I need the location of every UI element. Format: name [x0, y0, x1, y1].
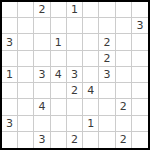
cell-r9c6[interactable]	[83, 132, 99, 148]
cell-r9c4[interactable]	[51, 132, 67, 148]
cell-r5c6[interactable]	[83, 67, 99, 83]
clue-cell-r5c7: 3	[99, 67, 115, 83]
clue-cell-r9c8: 2	[116, 132, 132, 148]
cell-r9c1[interactable]	[2, 132, 18, 148]
cell-r5c8[interactable]	[116, 67, 132, 83]
cell-r2c5[interactable]	[67, 18, 83, 34]
clue-cell-r1c5: 1	[67, 2, 83, 18]
cell-r6c8[interactable]	[116, 83, 132, 99]
cell-r5c2[interactable]	[18, 67, 34, 83]
cell-r7c1[interactable]	[2, 99, 18, 115]
clue-cell-r9c5: 2	[67, 132, 83, 148]
cell-r2c3[interactable]	[34, 18, 50, 34]
clue-cell-r5c4: 4	[51, 67, 67, 83]
clue-cell-r7c8: 2	[116, 99, 132, 115]
clue-cell-r6c6: 4	[83, 83, 99, 99]
clue-cell-r5c3: 3	[34, 67, 50, 83]
cell-r8c4[interactable]	[51, 116, 67, 132]
cell-r8c2[interactable]	[18, 116, 34, 132]
clue-cell-r5c5: 3	[67, 67, 83, 83]
cell-r7c2[interactable]	[18, 99, 34, 115]
cell-r2c7[interactable]	[99, 18, 115, 34]
cell-r4c5[interactable]	[67, 51, 83, 67]
cell-r5c9[interactable]	[132, 67, 148, 83]
clue-cell-r2c9: 3	[132, 18, 148, 34]
clue-cell-r4c7: 2	[99, 51, 115, 67]
cell-r2c4[interactable]	[51, 18, 67, 34]
cell-r4c6[interactable]	[83, 51, 99, 67]
cell-r7c4[interactable]	[51, 99, 67, 115]
cell-r4c2[interactable]	[18, 51, 34, 67]
cell-r2c2[interactable]	[18, 18, 34, 34]
cell-r8c7[interactable]	[99, 116, 115, 132]
cell-r6c9[interactable]	[132, 83, 148, 99]
cell-r1c2[interactable]	[18, 2, 34, 18]
cell-r4c3[interactable]	[34, 51, 50, 67]
cell-r1c6[interactable]	[83, 2, 99, 18]
cell-r6c7[interactable]	[99, 83, 115, 99]
cell-r8c9[interactable]	[132, 116, 148, 132]
cell-r1c4[interactable]	[51, 2, 67, 18]
clue-cell-r7c3: 4	[34, 99, 50, 115]
cell-r3c6[interactable]	[83, 34, 99, 50]
cell-r4c8[interactable]	[116, 51, 132, 67]
cell-r7c5[interactable]	[67, 99, 83, 115]
cell-r2c8[interactable]	[116, 18, 132, 34]
clue-cell-r3c7: 2	[99, 34, 115, 50]
cell-r9c9[interactable]	[132, 132, 148, 148]
cell-r6c3[interactable]	[34, 83, 50, 99]
clue-cell-r6c5: 2	[67, 83, 83, 99]
cell-r6c4[interactable]	[51, 83, 67, 99]
cell-r9c2[interactable]	[18, 132, 34, 148]
cell-r3c9[interactable]	[132, 34, 148, 50]
cell-r7c6[interactable]	[83, 99, 99, 115]
cell-r7c9[interactable]	[132, 99, 148, 115]
cell-r1c7[interactable]	[99, 2, 115, 18]
clue-cell-r8c6: 1	[83, 116, 99, 132]
cell-r9c7[interactable]	[99, 132, 115, 148]
cell-r6c2[interactable]	[18, 83, 34, 99]
puzzle-board: 213312213433244231322	[0, 0, 150, 150]
cell-r3c3[interactable]	[34, 34, 50, 50]
cell-r3c8[interactable]	[116, 34, 132, 50]
clue-cell-r3c4: 1	[51, 34, 67, 50]
cell-r8c3[interactable]	[34, 116, 50, 132]
clue-cell-r3c1: 3	[2, 34, 18, 50]
cell-r4c9[interactable]	[132, 51, 148, 67]
cell-r3c5[interactable]	[67, 34, 83, 50]
clue-cell-r5c1: 1	[2, 67, 18, 83]
clue-cell-r8c1: 3	[2, 116, 18, 132]
cell-r2c1[interactable]	[2, 18, 18, 34]
cell-r4c4[interactable]	[51, 51, 67, 67]
cell-r8c8[interactable]	[116, 116, 132, 132]
cell-r3c2[interactable]	[18, 34, 34, 50]
clue-cell-r1c3: 2	[34, 2, 50, 18]
cell-r4c1[interactable]	[2, 51, 18, 67]
cell-r6c1[interactable]	[2, 83, 18, 99]
cell-r1c1[interactable]	[2, 2, 18, 18]
cell-r2c6[interactable]	[83, 18, 99, 34]
cell-r7c7[interactable]	[99, 99, 115, 115]
cell-r8c5[interactable]	[67, 116, 83, 132]
cell-r1c9[interactable]	[132, 2, 148, 18]
clue-cell-r9c3: 3	[34, 132, 50, 148]
cell-r1c8[interactable]	[116, 2, 132, 18]
